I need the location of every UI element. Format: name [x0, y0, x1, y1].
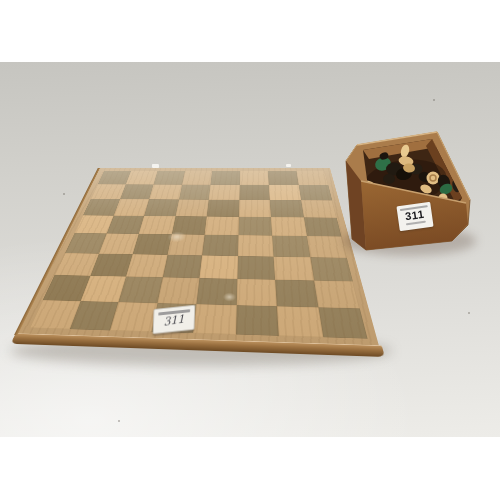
black-piece: [383, 174, 395, 184]
photograph: 311 311: [0, 0, 500, 500]
board-square: [157, 277, 199, 304]
board-square: [182, 171, 212, 185]
board-square: [298, 185, 332, 201]
dust-speck: [433, 99, 435, 101]
board-square: [199, 255, 237, 279]
board-square: [239, 185, 270, 200]
board-square: [270, 200, 304, 217]
board-square: [179, 184, 211, 199]
board-square: [210, 171, 239, 185]
board-square: [118, 277, 162, 303]
board-square: [144, 199, 179, 216]
natural-flat-top: [427, 172, 440, 185]
board-square: [236, 279, 277, 306]
board-square: [238, 217, 272, 236]
board-square: [205, 216, 239, 235]
board-square: [239, 171, 268, 185]
board-square: [90, 253, 133, 276]
board-square: [296, 171, 328, 185]
board-square: [239, 200, 271, 217]
board-square: [274, 256, 314, 280]
board-square: [277, 306, 323, 337]
dust-speck: [63, 193, 65, 195]
board-square: [275, 280, 318, 307]
board-square: [133, 234, 172, 255]
board-square: [110, 302, 157, 332]
box-lot-sticker: 311: [396, 202, 433, 231]
board-square: [269, 185, 301, 200]
board-square: [154, 171, 185, 185]
board-square: [272, 236, 310, 257]
board-square: [193, 304, 236, 335]
board-square: [202, 235, 238, 256]
board-square: [207, 200, 239, 217]
board-square: [271, 217, 307, 236]
board-lot-sticker: 311: [153, 305, 196, 335]
board-square: [139, 216, 176, 235]
board-square: [126, 171, 158, 185]
board-square: [237, 256, 275, 280]
board-square: [318, 307, 368, 339]
dust-speck: [468, 312, 470, 314]
board-square: [268, 171, 299, 185]
board-square: [314, 281, 360, 309]
board-square: [236, 305, 279, 336]
board-square: [126, 254, 167, 277]
board-square: [149, 184, 182, 199]
dust-speck: [118, 420, 120, 422]
board-square: [209, 185, 240, 200]
board-square: [175, 199, 208, 216]
board-square: [238, 235, 274, 256]
pieces-box: [330, 120, 500, 270]
paint-chip: [152, 164, 159, 168]
paint-chip: [286, 164, 291, 167]
board-square: [162, 255, 202, 278]
